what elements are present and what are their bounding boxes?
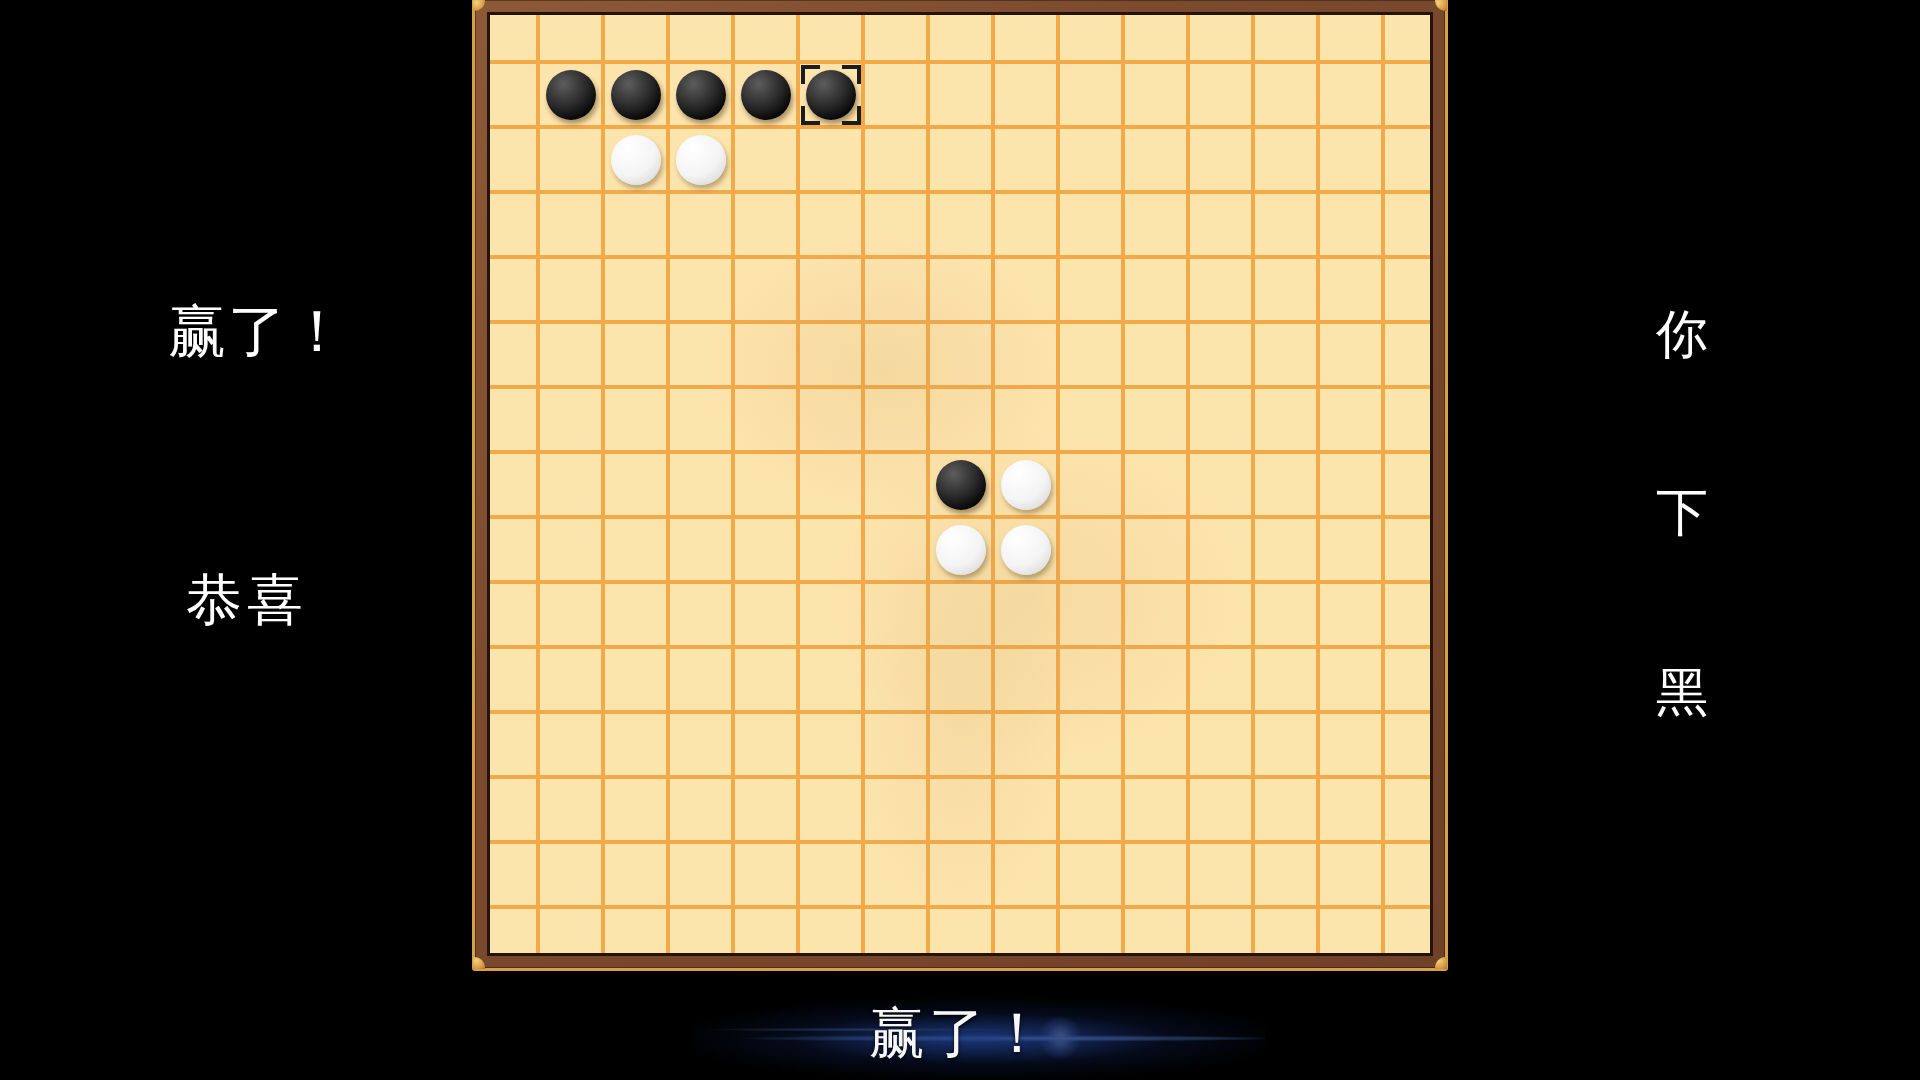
stone-white bbox=[611, 135, 661, 185]
stone-black bbox=[611, 70, 661, 120]
stone-white bbox=[1001, 525, 1051, 575]
congrats-message: 恭喜 bbox=[186, 572, 308, 628]
player-side-char-play: 下 bbox=[1652, 486, 1712, 538]
stone-white bbox=[1001, 460, 1051, 510]
frame-corner-ornament bbox=[473, 957, 485, 969]
frame-corner-ornament bbox=[1435, 957, 1447, 969]
stone-black bbox=[676, 70, 726, 120]
frame-corner-ornament bbox=[473, 0, 485, 11]
player-side-char-you: 你 bbox=[1652, 308, 1712, 360]
stone-black bbox=[806, 70, 856, 120]
game-board-frame bbox=[472, 0, 1448, 971]
win-banner-text: 赢了！ bbox=[694, 990, 1266, 1078]
app-background: 赢了！ 恭喜 你 下 黑 赢了！ bbox=[0, 0, 1920, 1080]
stone-white bbox=[676, 135, 726, 185]
stone-black bbox=[546, 70, 596, 120]
player-side-char-black: 黑 bbox=[1652, 666, 1712, 718]
frame-corner-ornament bbox=[1435, 0, 1447, 11]
game-board[interactable] bbox=[487, 12, 1433, 956]
stone-white bbox=[936, 525, 986, 575]
stone-black bbox=[936, 460, 986, 510]
win-message: 赢了！ bbox=[168, 302, 348, 360]
stone-black bbox=[741, 70, 791, 120]
win-banner: 赢了！ bbox=[694, 990, 1266, 1078]
